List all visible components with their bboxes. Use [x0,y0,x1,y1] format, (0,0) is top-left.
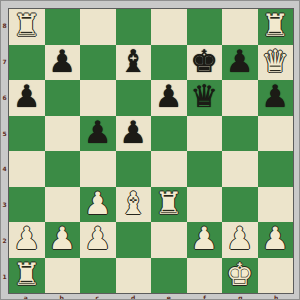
white-rook-a8[interactable]: ♜ [13,10,41,41]
square-d2[interactable] [116,222,152,258]
black-pawn-h6[interactable]: ♟ [261,81,289,112]
file-label-b: b [44,293,80,300]
white-rook-e3[interactable]: ♜ [155,188,183,219]
file-label-d: d [115,293,151,300]
square-h5[interactable] [258,116,294,152]
square-c2[interactable]: ♟ [80,222,116,258]
square-c4[interactable] [80,151,116,187]
square-a1[interactable]: ♜ [9,258,45,294]
square-d3[interactable]: ♝ [116,187,152,223]
square-a5[interactable] [9,116,45,152]
rank-label-3: 3 [1,187,8,223]
rank-label-8: 8 [1,8,8,44]
white-pawn-b2[interactable]: ♟ [48,223,76,254]
square-h4[interactable] [258,151,294,187]
square-c8[interactable] [80,9,116,45]
white-pawn-c2[interactable]: ♟ [84,223,112,254]
rank-label-2: 2 [1,223,8,259]
square-c5[interactable]: ♟ [80,116,116,152]
square-c6[interactable] [80,80,116,116]
square-h8[interactable]: ♜ [258,9,294,45]
rank-label-7: 7 [1,44,8,80]
square-h7[interactable]: ♛ [258,45,294,81]
square-g2[interactable]: ♟ [222,222,258,258]
square-a3[interactable] [9,187,45,223]
black-pawn-d5[interactable]: ♟ [119,117,147,148]
square-g1[interactable]: ♚ [222,258,258,294]
square-f2[interactable]: ♟ [187,222,223,258]
square-f1[interactable] [187,258,223,294]
square-h2[interactable]: ♟ [258,222,294,258]
square-b3[interactable] [45,187,81,223]
black-bishop-d7[interactable]: ♝ [119,46,147,77]
black-pawn-e6[interactable]: ♟ [155,81,183,112]
square-g7[interactable]: ♟ [222,45,258,81]
square-f5[interactable] [187,116,223,152]
white-rook-a1[interactable]: ♜ [13,259,41,290]
square-d6[interactable] [116,80,152,116]
file-labels: abcdefgh [8,293,294,300]
white-pawn-a2[interactable]: ♟ [13,223,41,254]
square-d7[interactable]: ♝ [116,45,152,81]
chess-board-window: 87654321 ♜♜♟♝♚♟♛♟♟♛♟♟♟♟♝♜♟♟♟♟♟♟♜♚ abcdef… [0,0,300,300]
file-label-h: h [258,293,294,300]
white-pawn-g2[interactable]: ♟ [226,223,254,254]
square-b5[interactable] [45,116,81,152]
square-g8[interactable] [222,9,258,45]
square-g6[interactable] [222,80,258,116]
square-e1[interactable] [151,258,187,294]
square-b1[interactable] [45,258,81,294]
file-label-f: f [187,293,223,300]
square-g4[interactable] [222,151,258,187]
square-c7[interactable] [80,45,116,81]
rank-label-1: 1 [1,258,8,294]
square-d8[interactable] [116,9,152,45]
square-h3[interactable] [258,187,294,223]
square-a4[interactable] [9,151,45,187]
square-e8[interactable] [151,9,187,45]
file-label-c: c [80,293,116,300]
square-e3[interactable]: ♜ [151,187,187,223]
square-f6[interactable]: ♛ [187,80,223,116]
square-a7[interactable] [9,45,45,81]
square-d5[interactable]: ♟ [116,116,152,152]
square-a6[interactable]: ♟ [9,80,45,116]
square-g3[interactable] [222,187,258,223]
square-f3[interactable] [187,187,223,223]
square-d1[interactable] [116,258,152,294]
square-b6[interactable] [45,80,81,116]
file-label-e: e [151,293,187,300]
white-rook-h8[interactable]: ♜ [261,10,289,41]
square-b4[interactable] [45,151,81,187]
white-pawn-f2[interactable]: ♟ [190,223,218,254]
rank-label-4: 4 [1,151,8,187]
file-label-a: a [8,293,44,300]
square-b2[interactable]: ♟ [45,222,81,258]
rank-label-5: 5 [1,115,8,151]
square-e4[interactable] [151,151,187,187]
square-h1[interactable] [258,258,294,294]
white-bishop-d3[interactable]: ♝ [119,188,147,219]
square-g5[interactable] [222,116,258,152]
black-pawn-b7[interactable]: ♟ [48,46,76,77]
white-pawn-h2[interactable]: ♟ [261,223,289,254]
square-h6[interactable]: ♟ [258,80,294,116]
black-king-f7[interactable]: ♚ [190,46,218,77]
square-c1[interactable] [80,258,116,294]
white-queen-h7[interactable]: ♛ [261,46,289,77]
square-e7[interactable] [151,45,187,81]
square-a8[interactable]: ♜ [9,9,45,45]
board[interactable]: ♜♜♟♝♚♟♛♟♟♛♟♟♟♟♝♜♟♟♟♟♟♟♜♚ [8,8,294,294]
black-pawn-a6[interactable]: ♟ [13,81,41,112]
black-pawn-c5[interactable]: ♟ [84,117,112,148]
square-b7[interactable]: ♟ [45,45,81,81]
square-e2[interactable] [151,222,187,258]
file-label-g: g [223,293,259,300]
rank-labels: 87654321 [1,8,8,294]
square-c3[interactable]: ♟ [80,187,116,223]
black-queen-f6[interactable]: ♛ [190,81,218,112]
square-a2[interactable]: ♟ [9,222,45,258]
square-e6[interactable]: ♟ [151,80,187,116]
square-f4[interactable] [187,151,223,187]
square-f7[interactable]: ♚ [187,45,223,81]
rank-label-6: 6 [1,80,8,116]
white-king-g1[interactable]: ♚ [226,259,254,290]
black-pawn-g7[interactable]: ♟ [226,46,254,77]
square-d4[interactable] [116,151,152,187]
square-b8[interactable] [45,9,81,45]
square-f8[interactable] [187,9,223,45]
square-e5[interactable] [151,116,187,152]
white-pawn-c3[interactable]: ♟ [84,188,112,219]
